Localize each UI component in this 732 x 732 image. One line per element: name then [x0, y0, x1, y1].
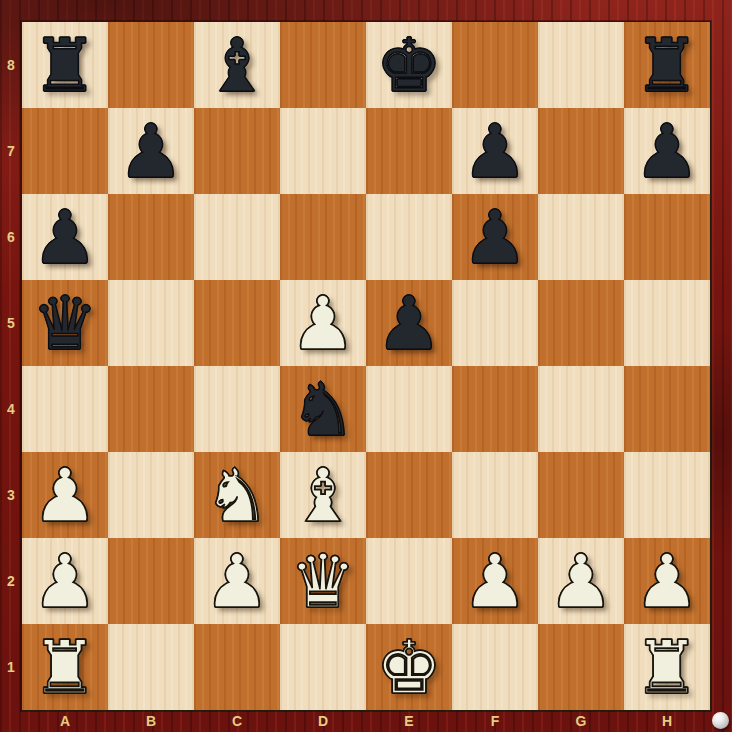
square-d8[interactable] [280, 22, 366, 108]
square-g1[interactable] [538, 624, 624, 710]
piece-white-pawn-h2[interactable]: ♟ [634, 538, 700, 624]
piece-white-rook-a1[interactable]: ♜ [32, 624, 98, 710]
piece-black-rook-h8[interactable]: ♜ [634, 22, 700, 108]
file-label-d: D [280, 710, 366, 732]
square-f2[interactable]: ♟ [452, 538, 538, 624]
piece-white-pawn-a3[interactable]: ♟ [32, 452, 98, 538]
square-f7[interactable]: ♟ [452, 108, 538, 194]
square-g2[interactable]: ♟ [538, 538, 624, 624]
square-h3[interactable] [624, 452, 710, 538]
square-f8[interactable] [452, 22, 538, 108]
square-d7[interactable] [280, 108, 366, 194]
square-a1[interactable]: ♜ [22, 624, 108, 710]
piece-white-pawn-g2[interactable]: ♟ [548, 538, 614, 624]
square-b1[interactable] [108, 624, 194, 710]
square-e2[interactable] [366, 538, 452, 624]
square-e3[interactable] [366, 452, 452, 538]
file-label-c: C [194, 710, 280, 732]
square-e1[interactable]: ♚ [366, 624, 452, 710]
piece-white-bishop-d3[interactable]: ♝ [290, 452, 356, 538]
square-f1[interactable] [452, 624, 538, 710]
piece-white-queen-d2[interactable]: ♛ [290, 538, 356, 624]
piece-black-rook-a8[interactable]: ♜ [32, 22, 98, 108]
piece-white-knight-c3[interactable]: ♞ [204, 452, 270, 538]
rank-label-1: 1 [0, 624, 22, 710]
square-c3[interactable]: ♞ [194, 452, 280, 538]
square-h1[interactable]: ♜ [624, 624, 710, 710]
square-a3[interactable]: ♟ [22, 452, 108, 538]
piece-black-pawn-f7[interactable]: ♟ [462, 108, 528, 194]
square-f3[interactable] [452, 452, 538, 538]
square-h4[interactable] [624, 366, 710, 452]
piece-black-bishop-c8[interactable]: ♝ [204, 22, 270, 108]
square-d5[interactable]: ♟ [280, 280, 366, 366]
square-e4[interactable] [366, 366, 452, 452]
square-g7[interactable] [538, 108, 624, 194]
square-b2[interactable] [108, 538, 194, 624]
file-label-b: B [108, 710, 194, 732]
file-label-g: G [538, 710, 624, 732]
square-c7[interactable] [194, 108, 280, 194]
square-g3[interactable] [538, 452, 624, 538]
square-f4[interactable] [452, 366, 538, 452]
file-label-f: F [452, 710, 538, 732]
square-d4[interactable]: ♞ [280, 366, 366, 452]
square-b5[interactable] [108, 280, 194, 366]
square-a6[interactable]: ♟ [22, 194, 108, 280]
square-f5[interactable] [452, 280, 538, 366]
piece-black-pawn-b7[interactable]: ♟ [118, 108, 184, 194]
square-a8[interactable]: ♜ [22, 22, 108, 108]
square-b6[interactable] [108, 194, 194, 280]
square-c6[interactable] [194, 194, 280, 280]
piece-white-pawn-d5[interactable]: ♟ [290, 280, 356, 366]
square-c8[interactable]: ♝ [194, 22, 280, 108]
square-g8[interactable] [538, 22, 624, 108]
square-c5[interactable] [194, 280, 280, 366]
chess-board-frame: 87654321 ABCDEFGH ♜♝♚♜♟♟♟♟♟♛♟♟♞♟♞♝♟♟♛♟♟♟… [0, 0, 732, 732]
square-a7[interactable] [22, 108, 108, 194]
piece-black-king-e8[interactable]: ♚ [376, 22, 442, 108]
square-c4[interactable] [194, 366, 280, 452]
piece-black-pawn-h7[interactable]: ♟ [634, 108, 700, 194]
square-b7[interactable]: ♟ [108, 108, 194, 194]
square-g6[interactable] [538, 194, 624, 280]
piece-black-queen-a5[interactable]: ♛ [32, 280, 98, 366]
square-f6[interactable]: ♟ [452, 194, 538, 280]
square-b4[interactable] [108, 366, 194, 452]
square-b3[interactable] [108, 452, 194, 538]
piece-black-knight-d4[interactable]: ♞ [290, 366, 356, 452]
chess-board: ♜♝♚♜♟♟♟♟♟♛♟♟♞♟♞♝♟♟♛♟♟♟♜♚♜ [22, 22, 710, 710]
square-d6[interactable] [280, 194, 366, 280]
rank-labels: 87654321 [0, 22, 22, 710]
square-h6[interactable] [624, 194, 710, 280]
square-d3[interactable]: ♝ [280, 452, 366, 538]
square-c1[interactable] [194, 624, 280, 710]
square-h7[interactable]: ♟ [624, 108, 710, 194]
square-e8[interactable]: ♚ [366, 22, 452, 108]
rank-label-3: 3 [0, 452, 22, 538]
rank-label-5: 5 [0, 280, 22, 366]
square-h8[interactable]: ♜ [624, 22, 710, 108]
square-d1[interactable] [280, 624, 366, 710]
file-labels: ABCDEFGH [22, 710, 710, 732]
square-d2[interactable]: ♛ [280, 538, 366, 624]
square-e6[interactable] [366, 194, 452, 280]
square-h2[interactable]: ♟ [624, 538, 710, 624]
square-e5[interactable]: ♟ [366, 280, 452, 366]
square-e7[interactable] [366, 108, 452, 194]
piece-white-pawn-f2[interactable]: ♟ [462, 538, 528, 624]
square-g5[interactable] [538, 280, 624, 366]
square-h5[interactable] [624, 280, 710, 366]
rank-label-4: 4 [0, 366, 22, 452]
piece-black-pawn-a6[interactable]: ♟ [32, 194, 98, 280]
file-label-a: A [22, 710, 108, 732]
piece-white-pawn-c2[interactable]: ♟ [204, 538, 270, 624]
piece-white-king-e1[interactable]: ♚ [376, 624, 442, 710]
square-c2[interactable]: ♟ [194, 538, 280, 624]
file-label-e: E [366, 710, 452, 732]
square-b8[interactable] [108, 22, 194, 108]
piece-white-pawn-a2[interactable]: ♟ [32, 538, 98, 624]
rank-label-6: 6 [0, 194, 22, 280]
square-a4[interactable] [22, 366, 108, 452]
rank-label-2: 2 [0, 538, 22, 624]
rank-label-8: 8 [0, 22, 22, 108]
square-a2[interactable]: ♟ [22, 538, 108, 624]
square-a5[interactable]: ♛ [22, 280, 108, 366]
square-g4[interactable] [538, 366, 624, 452]
file-label-h: H [624, 710, 710, 732]
side-to-move-indicator [712, 712, 729, 729]
piece-white-rook-h1[interactable]: ♜ [634, 624, 700, 710]
piece-black-pawn-f6[interactable]: ♟ [462, 194, 528, 280]
rank-label-7: 7 [0, 108, 22, 194]
piece-black-pawn-e5[interactable]: ♟ [376, 280, 442, 366]
